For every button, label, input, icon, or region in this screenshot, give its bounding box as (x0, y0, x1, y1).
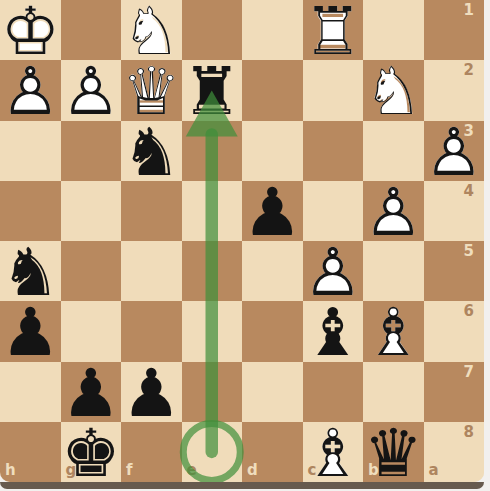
white-bishop-outline-glyph: ♗ (364, 300, 423, 366)
white-knight-outline-glyph: ♘ (122, 0, 181, 65)
piece-white-pawn-b4[interactable]: ♟♙ (363, 181, 424, 241)
white-pawn-outline-glyph: ♙ (1, 59, 60, 125)
black-knight-glyph: ♞ (122, 120, 181, 186)
white-king-outline-glyph: ♔ (1, 0, 60, 65)
piece-white-knight-f1[interactable]: ♞♘ (121, 0, 182, 60)
black-pawn-glyph: ♟ (122, 361, 181, 427)
white-knight-glyph: ♞ (122, 0, 181, 65)
white-rook-glyph: ♜ (303, 0, 362, 65)
piece-white-bishop-c8[interactable]: ♝♗ (303, 422, 364, 482)
piece-black-bishop-c6[interactable]: ♝ (303, 301, 364, 361)
piece-white-pawn-a3[interactable]: ♟♙ (424, 121, 485, 181)
white-pawn-outline-glyph: ♙ (61, 59, 120, 125)
piece-black-rook-e2[interactable]: ♜ (182, 60, 243, 120)
white-rook-outline-glyph: ♖ (303, 0, 362, 65)
black-queen-glyph: ♛ (364, 421, 423, 482)
piece-black-pawn-g7[interactable]: ♟ (61, 362, 122, 422)
white-king-glyph: ♚ (1, 0, 60, 65)
white-pawn-outline-glyph: ♙ (424, 120, 483, 186)
piece-black-king-g8[interactable]: ♚ (61, 422, 122, 482)
piece-black-queen-b8[interactable]: ♛ (363, 422, 424, 482)
piece-white-pawn-h2[interactable]: ♟♙ (0, 60, 61, 120)
white-pawn-glyph: ♟ (364, 180, 423, 246)
white-bishop-glyph: ♝ (303, 421, 362, 482)
black-king-glyph: ♚ (61, 421, 120, 482)
white-pawn-glyph: ♟ (61, 59, 120, 125)
piece-black-pawn-d4[interactable]: ♟ (242, 181, 303, 241)
white-pawn-glyph: ♟ (1, 59, 60, 125)
white-bishop-outline-glyph: ♗ (303, 421, 362, 482)
board-bottom-edge (0, 482, 484, 489)
white-pawn-glyph: ♟ (424, 120, 483, 186)
white-pawn-outline-glyph: ♙ (303, 240, 362, 306)
black-bishop-glyph: ♝ (303, 300, 362, 366)
white-bishop-glyph: ♝ (364, 300, 423, 366)
black-knight-glyph: ♞ (1, 240, 60, 306)
piece-white-bishop-b6[interactable]: ♝♗ (363, 301, 424, 361)
piece-white-pawn-g2[interactable]: ♟♙ (61, 60, 122, 120)
piece-white-king-h1[interactable]: ♚♔ (0, 0, 61, 60)
piece-black-knight-h5[interactable]: ♞ (0, 241, 61, 301)
piece-white-knight-b2[interactable]: ♞♘ (363, 60, 424, 120)
piece-black-pawn-f7[interactable]: ♟ (121, 362, 182, 422)
piece-white-rook-c1[interactable]: ♜♖ (303, 0, 364, 60)
piece-black-pawn-h6[interactable]: ♟ (0, 301, 61, 361)
white-knight-glyph: ♞ (364, 59, 423, 125)
board-pieces: ♚♔♞♘♜♖♟♙♟♙♛♕♜♞♘♞♟♙♟♟♙♞♟♙♟♝♝♗♟♟♚♛♝♗ (0, 0, 484, 482)
black-rook-glyph: ♜ (182, 59, 241, 125)
white-queen-glyph: ♛ (122, 59, 181, 125)
black-pawn-glyph: ♟ (243, 180, 302, 246)
piece-black-knight-f3[interactable]: ♞ (121, 121, 182, 181)
piece-white-pawn-c5[interactable]: ♟♙ (303, 241, 364, 301)
piece-white-queen-f2[interactable]: ♛♕ (121, 60, 182, 120)
white-knight-outline-glyph: ♘ (364, 59, 423, 125)
white-queen-outline-glyph: ♕ (122, 59, 181, 125)
white-pawn-outline-glyph: ♙ (364, 180, 423, 246)
chess-app-screenshot: 12345678hgfedcba ♚♔♞♘♜♖♟♙♟♙♛♕♜♞♘♞♟♙♟♟♙♞♟… (0, 0, 490, 491)
black-pawn-glyph: ♟ (61, 361, 120, 427)
chess-board: 12345678hgfedcba ♚♔♞♘♜♖♟♙♟♙♛♕♜♞♘♞♟♙♟♟♙♞♟… (0, 0, 484, 482)
white-pawn-glyph: ♟ (303, 240, 362, 306)
black-pawn-glyph: ♟ (1, 300, 60, 366)
